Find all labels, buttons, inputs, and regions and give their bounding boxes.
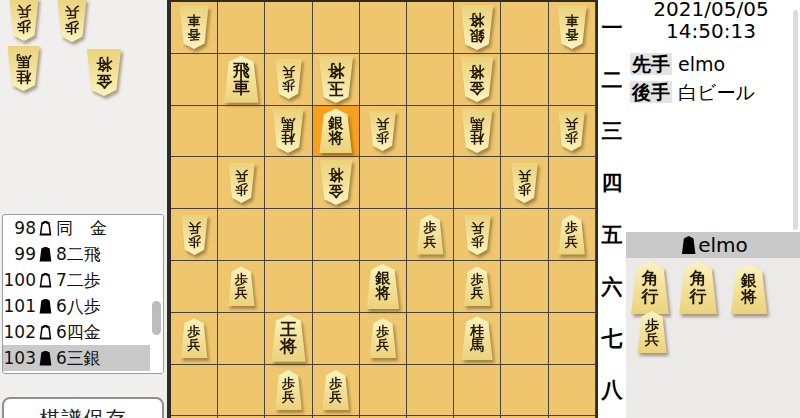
sente-hand-tray: 角行角行銀将歩兵 (626, 258, 800, 418)
move-row-103[interactable]: 1036三銀 (3, 345, 163, 371)
piece-pawn-sente[interactable]: 歩兵 (415, 215, 446, 255)
move-text: 8二飛 (56, 243, 101, 266)
move-text: 6三銀 (56, 347, 101, 370)
square-1-8[interactable] (549, 365, 596, 417)
move-list-scrollbar[interactable] (150, 215, 163, 373)
square-7-7[interactable]: 王将 (265, 313, 312, 365)
piece-pawn-gote[interactable]: 歩兵 (7, 0, 41, 41)
piece-pawn-gote[interactable]: 歩兵 (55, 0, 89, 42)
move-row-99[interactable]: 998二飛 (3, 241, 163, 267)
square-1-6[interactable] (549, 261, 596, 313)
left-panel: 歩兵歩兵桂馬金将 98同 金998二飛1007二歩1016八歩1026四金103… (0, 0, 168, 418)
piece-pawn-gote[interactable]: 歩兵 (179, 215, 210, 255)
piece-lance-gote[interactable]: 香車 (555, 6, 589, 49)
rank-label: 二 (598, 54, 626, 106)
piece-face: 歩兵 (367, 318, 398, 358)
rank-label: 四 (598, 157, 626, 209)
piece-silver-sente[interactable]: 銀将 (364, 264, 402, 309)
piece-gold-gote[interactable]: 金将 (317, 160, 355, 205)
square-4-7[interactable] (407, 313, 454, 365)
piece-face: 歩兵 (179, 215, 210, 255)
square-2-3[interactable] (501, 106, 548, 158)
piece-face: 歩兵 (273, 370, 304, 410)
move-list-scrollbar-thumb[interactable] (152, 301, 161, 335)
piece-face: 金将 (458, 57, 496, 102)
square-8-3[interactable] (218, 106, 265, 158)
piece-face: 歩兵 (556, 111, 587, 151)
square-1-1[interactable]: 香車 (549, 2, 596, 54)
move-number: 103 (3, 348, 36, 368)
piece-pawn-sente[interactable]: 歩兵 (635, 311, 669, 353)
piece-face: 歩兵 (367, 111, 398, 151)
square-5-7[interactable]: 歩兵 (360, 313, 407, 365)
piece-face: 金将 (84, 49, 124, 96)
move-text: 6八歩 (56, 295, 101, 318)
piece-face: 歩兵 (226, 163, 257, 203)
right-info-panel: 2021/05/05 14:50:13 先手 elmo 後手 白ビール elmo… (626, 0, 800, 418)
move-number: 101 (3, 296, 36, 316)
square-1-4[interactable] (549, 157, 596, 209)
square-3-1[interactable]: 銀将 (454, 2, 501, 54)
piece-face: 桂馬 (5, 46, 42, 91)
piece-pawn-sente[interactable]: 歩兵 (462, 266, 493, 306)
piece-bishop-sente[interactable]: 角行 (628, 261, 672, 314)
square-1-7[interactable] (549, 313, 596, 365)
game-time: 14:50:13 (626, 19, 796, 43)
turn-banner: elmo (626, 232, 800, 258)
square-6-5[interactable] (313, 209, 360, 261)
piece-face: 歩兵 (415, 215, 446, 255)
piece-pawn-sente[interactable]: 歩兵 (226, 266, 257, 306)
square-9-4[interactable] (171, 157, 218, 209)
piece-bishop-sente[interactable]: 角行 (676, 261, 720, 314)
piece-knight-gote[interactable]: 桂馬 (5, 46, 42, 91)
piece-king-sente[interactable]: 王将 (268, 315, 308, 362)
square-7-6[interactable] (265, 261, 312, 313)
square-9-6[interactable] (171, 261, 218, 313)
piece-pawn-sente[interactable]: 歩兵 (179, 318, 210, 358)
square-5-3[interactable]: 歩兵 (360, 106, 407, 158)
square-4-8[interactable] (407, 365, 454, 417)
square-8-1[interactable] (218, 2, 265, 54)
piece-gold-gote[interactable]: 金将 (84, 49, 124, 96)
move-row-101[interactable]: 1016八歩 (3, 293, 163, 319)
piece-pawn-sente[interactable]: 歩兵 (320, 370, 351, 410)
piece-face: 飛車 (221, 56, 261, 103)
square-7-1[interactable] (265, 2, 312, 54)
square-6-8[interactable]: 歩兵 (313, 365, 360, 417)
piece-silver-sente[interactable]: 銀将 (728, 264, 770, 314)
piece-face: 桂馬 (459, 316, 495, 360)
rank-label: 一 (598, 2, 626, 54)
move-number: 99 (3, 244, 36, 264)
piece-pawn-gote[interactable]: 歩兵 (273, 59, 304, 99)
square-1-2[interactable] (549, 54, 596, 106)
move-text: 6四金 (56, 321, 101, 344)
square-4-1[interactable] (407, 2, 454, 54)
rank-label: 五 (598, 209, 626, 261)
square-2-6[interactable] (501, 261, 548, 313)
square-2-7[interactable] (501, 313, 548, 365)
sente-piece-icon (39, 299, 52, 314)
piece-face: 玉将 (316, 56, 356, 103)
save-kifu-button[interactable]: 棋譜保存 (2, 397, 164, 418)
piece-pawn-gote[interactable]: 歩兵 (462, 215, 493, 255)
square-6-4[interactable]: 金将 (313, 157, 360, 209)
gote-player-line: 後手 白ビール (630, 80, 755, 106)
move-row-102[interactable]: 1026四金 (3, 319, 163, 345)
square-5-2[interactable] (360, 54, 407, 106)
square-8-6[interactable]: 歩兵 (218, 261, 265, 313)
piece-silver-sente[interactable]: 銀将 (317, 108, 355, 153)
move-number: 100 (3, 270, 36, 290)
square-7-3[interactable]: 桂馬 (265, 106, 312, 158)
piece-face: 歩兵 (509, 163, 540, 203)
move-number: 98 (3, 218, 36, 238)
square-3-6[interactable]: 歩兵 (454, 261, 501, 313)
piece-face: 歩兵 (7, 0, 41, 41)
square-9-1[interactable]: 香車 (171, 2, 218, 54)
sente-player-line: 先手 elmo (630, 52, 725, 78)
piece-face: 歩兵 (462, 215, 493, 255)
piece-pawn-gote[interactable]: 歩兵 (509, 163, 540, 203)
piece-face: 銀将 (364, 264, 402, 309)
piece-face: 桂馬 (459, 109, 495, 153)
square-8-5[interactable] (218, 209, 265, 261)
square-4-5[interactable]: 歩兵 (407, 209, 454, 261)
square-3-5[interactable]: 歩兵 (454, 209, 501, 261)
square-4-2[interactable] (407, 54, 454, 106)
piece-face: 香車 (555, 6, 589, 49)
piece-face: 歩兵 (226, 266, 257, 306)
square-9-2[interactable] (171, 54, 218, 106)
piece-knight-sente[interactable]: 桂馬 (459, 316, 495, 360)
piece-face: 桂馬 (270, 109, 306, 153)
piece-face: 歩兵 (556, 215, 587, 255)
piece-face: 香車 (177, 6, 211, 49)
square-5-5[interactable] (360, 209, 407, 261)
square-3-8[interactable] (454, 365, 501, 417)
sente-name: elmo (678, 53, 725, 75)
piece-face: 銀将 (728, 264, 770, 314)
square-5-6[interactable]: 銀将 (360, 261, 407, 313)
panel-scrollbar[interactable] (793, 10, 798, 230)
piece-pawn-gote[interactable]: 歩兵 (226, 163, 257, 203)
piece-face: 歩兵 (55, 0, 89, 42)
piece-pawn-gote[interactable]: 歩兵 (367, 111, 398, 151)
piece-face: 銀将 (458, 5, 496, 50)
square-7-8[interactable]: 歩兵 (265, 365, 312, 417)
square-6-1[interactable] (313, 2, 360, 54)
move-text: 7二歩 (56, 269, 101, 292)
square-5-4[interactable] (360, 157, 407, 209)
square-8-8[interactable] (218, 365, 265, 417)
square-7-2[interactable]: 歩兵 (265, 54, 312, 106)
square-9-8[interactable] (171, 365, 218, 417)
piece-face: 角行 (628, 261, 672, 314)
piece-face: 銀将 (317, 108, 355, 153)
square-5-1[interactable] (360, 2, 407, 54)
shogi-app: 歩兵歩兵桂馬金将 98同 金998二飛1007二歩1016八歩1026四金103… (0, 0, 800, 418)
gote-piece-icon (39, 221, 52, 236)
piece-face: 歩兵 (320, 370, 351, 410)
sente-label: 先手 (630, 53, 672, 75)
turn-banner-name: elmo (698, 233, 748, 257)
gote-name: 白ビール (678, 81, 755, 103)
sente-piece-icon (39, 247, 52, 262)
move-list-box: 98同 金998二飛1007二歩1016八歩1026四金1036三銀 (2, 214, 164, 374)
square-6-7[interactable] (313, 313, 360, 365)
square-1-3[interactable]: 歩兵 (549, 106, 596, 158)
piece-face: 金将 (317, 160, 355, 205)
rank-label: 三 (598, 106, 626, 158)
rank-label: 八 (598, 365, 626, 417)
piece-lance-gote[interactable]: 香車 (177, 6, 211, 49)
gote-piece-icon (39, 325, 52, 340)
square-2-4[interactable]: 歩兵 (501, 157, 548, 209)
piece-face: 歩兵 (179, 318, 210, 358)
move-row-100[interactable]: 1007二歩 (3, 267, 163, 293)
piece-rook-sente[interactable]: 飛車 (221, 56, 261, 103)
square-8-2[interactable]: 飛車 (218, 54, 265, 106)
piece-face: 歩兵 (635, 311, 669, 353)
square-3-7[interactable]: 桂馬 (454, 313, 501, 365)
square-3-2[interactable]: 金将 (454, 54, 501, 106)
square-4-3[interactable] (407, 106, 454, 158)
piece-face: 王将 (268, 315, 308, 362)
piece-knight-gote[interactable]: 桂馬 (270, 109, 306, 153)
piece-knight-gote[interactable]: 桂馬 (459, 109, 495, 153)
gote-label: 後手 (630, 81, 672, 103)
square-2-5[interactable] (501, 209, 548, 261)
piece-pawn-sente[interactable]: 歩兵 (273, 370, 304, 410)
square-2-1[interactable] (501, 2, 548, 54)
square-5-8[interactable] (360, 365, 407, 417)
piece-pawn-sente[interactable]: 歩兵 (556, 215, 587, 255)
move-text: 同 金 (56, 217, 107, 240)
piece-face: 歩兵 (462, 266, 493, 306)
piece-face: 歩兵 (273, 59, 304, 99)
piece-king-gote[interactable]: 玉将 (316, 56, 356, 103)
move-number: 102 (3, 322, 36, 342)
rank-label: 六 (598, 261, 626, 313)
square-2-8[interactable] (501, 365, 548, 417)
square-2-2[interactable] (501, 54, 548, 106)
square-1-5[interactable]: 歩兵 (549, 209, 596, 261)
square-7-4[interactable] (265, 157, 312, 209)
move-list: 98同 金998二飛1007二歩1016八歩1026四金1036三銀 (3, 215, 163, 371)
square-3-4[interactable] (454, 157, 501, 209)
square-8-4[interactable]: 歩兵 (218, 157, 265, 209)
piece-face: 角行 (676, 261, 720, 314)
square-4-4[interactable] (407, 157, 454, 209)
square-9-7[interactable]: 歩兵 (171, 313, 218, 365)
square-8-7[interactable] (218, 313, 265, 365)
piece-pawn-sente[interactable]: 歩兵 (367, 318, 398, 358)
square-4-6[interactable] (407, 261, 454, 313)
move-row-98[interactable]: 98同 金 (3, 215, 163, 241)
piece-pawn-gote[interactable]: 歩兵 (556, 111, 587, 151)
rank-label: 七 (598, 313, 626, 365)
square-7-5[interactable] (265, 209, 312, 261)
square-6-2[interactable]: 玉将 (313, 54, 360, 106)
square-3-3[interactable]: 桂馬 (454, 106, 501, 158)
square-9-5[interactable]: 歩兵 (171, 209, 218, 261)
gote-piece-icon (39, 273, 52, 288)
rank-labels: 一二三四五六七八 (598, 2, 626, 416)
game-date: 2021/05/05 (626, 0, 796, 21)
square-9-3[interactable] (171, 106, 218, 158)
square-6-3[interactable]: 銀将 (313, 106, 360, 158)
square-6-6[interactable] (313, 261, 360, 313)
shogi-board: 香車銀将香車飛車歩兵玉将金将桂馬銀将歩兵桂馬歩兵歩兵金将歩兵歩兵歩兵歩兵歩兵歩兵… (167, 0, 598, 418)
sente-piece-icon (681, 236, 696, 254)
piece-silver-gote[interactable]: 銀将 (458, 5, 496, 50)
piece-gold-gote[interactable]: 金将 (458, 57, 496, 102)
sente-piece-icon (39, 351, 52, 366)
